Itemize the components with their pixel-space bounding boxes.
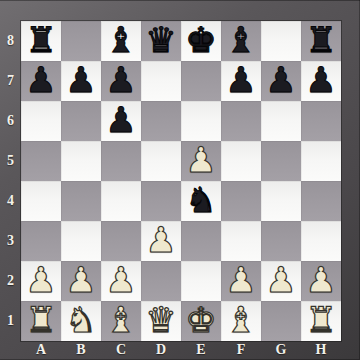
square-g7[interactable]: ♟ xyxy=(261,61,301,101)
square-b2[interactable]: ♟ xyxy=(61,261,101,301)
square-b7[interactable]: ♟ xyxy=(61,61,101,101)
square-d3[interactable]: ♟ xyxy=(141,221,181,261)
square-b3[interactable] xyxy=(61,221,101,261)
rank-label-4: 4 xyxy=(0,181,21,221)
piece-white-pawn: ♟ xyxy=(25,263,56,298)
square-c6[interactable]: ♟ xyxy=(101,101,141,141)
piece-black-pawn: ♟ xyxy=(25,63,56,98)
chess-board: ♜♝♛♚♝♜♟♟♟♟♟♟♟♟♞♟♟♟♟♟♟♟♜♞♝♛♚♝♜ xyxy=(21,21,341,341)
piece-black-pawn: ♟ xyxy=(225,63,256,98)
square-h1[interactable]: ♜ xyxy=(301,301,341,341)
square-e2[interactable] xyxy=(181,261,221,301)
square-d7[interactable] xyxy=(141,61,181,101)
piece-black-knight: ♞ xyxy=(185,183,216,218)
square-g3[interactable] xyxy=(261,221,301,261)
piece-black-bishop: ♝ xyxy=(225,23,256,58)
square-h5[interactable] xyxy=(301,141,341,181)
square-d4[interactable] xyxy=(141,181,181,221)
square-e1[interactable]: ♚ xyxy=(181,301,221,341)
square-d6[interactable] xyxy=(141,101,181,141)
square-g5[interactable] xyxy=(261,141,301,181)
piece-black-pawn: ♟ xyxy=(305,63,336,98)
square-h7[interactable]: ♟ xyxy=(301,61,341,101)
piece-white-bishop: ♝ xyxy=(225,303,256,338)
square-e3[interactable] xyxy=(181,221,221,261)
rank-label-2: 2 xyxy=(0,261,21,301)
square-g8[interactable] xyxy=(261,21,301,61)
square-g1[interactable] xyxy=(261,301,301,341)
square-d5[interactable] xyxy=(141,141,181,181)
piece-black-pawn: ♟ xyxy=(265,63,296,98)
square-g4[interactable] xyxy=(261,181,301,221)
file-label-c: C xyxy=(101,341,141,360)
rank-label-5: 5 xyxy=(0,141,21,181)
square-b1[interactable]: ♞ xyxy=(61,301,101,341)
square-c1[interactable]: ♝ xyxy=(101,301,141,341)
square-f8[interactable]: ♝ xyxy=(221,21,261,61)
square-g6[interactable] xyxy=(261,101,301,141)
square-a3[interactable] xyxy=(21,221,61,261)
piece-white-pawn: ♟ xyxy=(65,263,96,298)
square-d2[interactable] xyxy=(141,261,181,301)
piece-black-rook: ♜ xyxy=(25,23,56,58)
square-f6[interactable] xyxy=(221,101,261,141)
square-h8[interactable]: ♜ xyxy=(301,21,341,61)
square-d8[interactable]: ♛ xyxy=(141,21,181,61)
square-b5[interactable] xyxy=(61,141,101,181)
piece-black-bishop: ♝ xyxy=(105,23,136,58)
square-a6[interactable] xyxy=(21,101,61,141)
square-a5[interactable] xyxy=(21,141,61,181)
square-b8[interactable] xyxy=(61,21,101,61)
square-b4[interactable] xyxy=(61,181,101,221)
piece-white-pawn: ♟ xyxy=(145,223,176,258)
square-a7[interactable]: ♟ xyxy=(21,61,61,101)
square-c2[interactable]: ♟ xyxy=(101,261,141,301)
square-c3[interactable] xyxy=(101,221,141,261)
square-f5[interactable] xyxy=(221,141,261,181)
piece-white-pawn: ♟ xyxy=(265,263,296,298)
square-e8[interactable]: ♚ xyxy=(181,21,221,61)
piece-white-bishop: ♝ xyxy=(105,303,136,338)
square-b6[interactable] xyxy=(61,101,101,141)
piece-white-pawn: ♟ xyxy=(105,263,136,298)
square-c8[interactable]: ♝ xyxy=(101,21,141,61)
square-h2[interactable]: ♟ xyxy=(301,261,341,301)
square-e4[interactable]: ♞ xyxy=(181,181,221,221)
square-f1[interactable]: ♝ xyxy=(221,301,261,341)
file-label-d: D xyxy=(141,341,181,360)
square-e5[interactable]: ♟ xyxy=(181,141,221,181)
rank-label-8: 8 xyxy=(0,21,21,61)
square-f3[interactable] xyxy=(221,221,261,261)
square-c5[interactable] xyxy=(101,141,141,181)
square-a1[interactable]: ♜ xyxy=(21,301,61,341)
rank-label-1: 1 xyxy=(0,301,21,341)
file-label-f: F xyxy=(221,341,261,360)
file-label-e: E xyxy=(181,341,221,360)
file-label-a: A xyxy=(21,341,61,360)
file-label-b: B xyxy=(61,341,101,360)
square-h6[interactable] xyxy=(301,101,341,141)
piece-black-queen: ♛ xyxy=(145,23,176,58)
piece-black-pawn: ♟ xyxy=(105,63,136,98)
piece-white-rook: ♜ xyxy=(25,303,56,338)
piece-white-pawn: ♟ xyxy=(305,263,336,298)
square-e7[interactable] xyxy=(181,61,221,101)
square-h4[interactable] xyxy=(301,181,341,221)
square-a4[interactable] xyxy=(21,181,61,221)
piece-white-pawn: ♟ xyxy=(185,143,216,178)
square-e6[interactable] xyxy=(181,101,221,141)
file-label-g: G xyxy=(261,341,301,360)
piece-white-queen: ♛ xyxy=(145,303,176,338)
square-f2[interactable]: ♟ xyxy=(221,261,261,301)
square-a2[interactable]: ♟ xyxy=(21,261,61,301)
piece-black-pawn: ♟ xyxy=(65,63,96,98)
square-h3[interactable] xyxy=(301,221,341,261)
rank-label-7: 7 xyxy=(0,61,21,101)
piece-white-pawn: ♟ xyxy=(225,263,256,298)
piece-black-pawn: ♟ xyxy=(105,103,136,138)
square-d1[interactable]: ♛ xyxy=(141,301,181,341)
file-label-h: H xyxy=(301,341,341,360)
square-c4[interactable] xyxy=(101,181,141,221)
rank-label-3: 3 xyxy=(0,221,21,261)
piece-white-rook: ♜ xyxy=(305,303,336,338)
square-c7[interactable]: ♟ xyxy=(101,61,141,101)
square-g2[interactable]: ♟ xyxy=(261,261,301,301)
square-a8[interactable]: ♜ xyxy=(21,21,61,61)
rank-label-6: 6 xyxy=(0,101,21,141)
square-f4[interactable] xyxy=(221,181,261,221)
piece-white-king: ♚ xyxy=(185,303,216,338)
square-f7[interactable]: ♟ xyxy=(221,61,261,101)
chess-board-window: ♜♝♛♚♝♜♟♟♟♟♟♟♟♟♞♟♟♟♟♟♟♟♜♞♝♛♚♝♜ 87654321 A… xyxy=(0,0,360,360)
piece-black-rook: ♜ xyxy=(305,23,336,58)
piece-white-knight: ♞ xyxy=(65,303,96,338)
piece-black-king: ♚ xyxy=(185,23,216,58)
